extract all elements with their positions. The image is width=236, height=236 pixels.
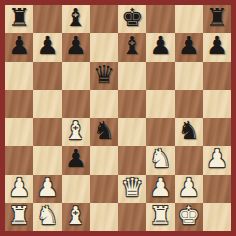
piece-black-bishop[interactable]: ♝ <box>64 5 86 32</box>
square-h5[interactable] <box>203 90 231 118</box>
piece-black-knight[interactable]: ♞ <box>93 118 115 145</box>
square-d4[interactable]: ♞ <box>90 118 118 146</box>
square-a6[interactable] <box>5 62 33 90</box>
piece-white-queen[interactable]: ♛ <box>121 175 143 202</box>
piece-black-pawn[interactable]: ♟ <box>149 33 171 60</box>
piece-white-pawn[interactable]: ♟ <box>8 175 30 202</box>
square-e8[interactable]: ♚ <box>118 5 146 33</box>
square-d7[interactable] <box>90 33 118 61</box>
square-h6[interactable] <box>203 62 231 90</box>
square-g2[interactable]: ♟ <box>175 175 203 203</box>
square-g7[interactable]: ♟ <box>175 33 203 61</box>
square-f3[interactable]: ♞ <box>146 146 174 174</box>
square-f2[interactable]: ♟ <box>146 175 174 203</box>
piece-black-bishop[interactable]: ♝ <box>121 33 143 60</box>
piece-black-pawn[interactable]: ♟ <box>206 33 228 60</box>
square-f4[interactable] <box>146 118 174 146</box>
square-c7[interactable]: ♟ <box>62 33 90 61</box>
square-f1[interactable]: ♜ <box>146 203 174 231</box>
square-b7[interactable]: ♟ <box>33 33 61 61</box>
square-e3[interactable] <box>118 146 146 174</box>
square-e7[interactable]: ♝ <box>118 33 146 61</box>
piece-black-pawn[interactable]: ♟ <box>36 33 58 60</box>
square-c2[interactable] <box>62 175 90 203</box>
piece-white-rook[interactable]: ♜ <box>149 203 171 230</box>
piece-white-bishop[interactable]: ♝ <box>64 203 86 230</box>
square-a3[interactable] <box>5 146 33 174</box>
square-h4[interactable] <box>203 118 231 146</box>
square-a8[interactable]: ♜ <box>5 5 33 33</box>
square-b2[interactable]: ♟ <box>33 175 61 203</box>
square-a2[interactable]: ♟ <box>5 175 33 203</box>
piece-black-queen[interactable]: ♛ <box>93 62 115 89</box>
square-b6[interactable] <box>33 62 61 90</box>
piece-white-pawn[interactable]: ♟ <box>177 175 199 202</box>
piece-black-pawn[interactable]: ♟ <box>64 33 86 60</box>
square-d8[interactable] <box>90 5 118 33</box>
square-d6[interactable]: ♛ <box>90 62 118 90</box>
square-a5[interactable] <box>5 90 33 118</box>
piece-white-pawn[interactable]: ♟ <box>149 175 171 202</box>
piece-white-bishop[interactable]: ♝ <box>64 118 86 145</box>
board-frame: ♜♝♚♜♟♟♟♝♟♟♟♛♝♞♞♟♞♟♟♟♛♟♟♜♞♝♜♚ <box>0 0 236 236</box>
square-b4[interactable] <box>33 118 61 146</box>
square-g8[interactable] <box>175 5 203 33</box>
square-a1[interactable]: ♜ <box>5 203 33 231</box>
piece-black-rook[interactable]: ♜ <box>8 5 30 32</box>
square-b1[interactable]: ♞ <box>33 203 61 231</box>
square-h2[interactable] <box>203 175 231 203</box>
square-d3[interactable] <box>90 146 118 174</box>
square-g3[interactable] <box>175 146 203 174</box>
square-c1[interactable]: ♝ <box>62 203 90 231</box>
square-c3[interactable]: ♟ <box>62 146 90 174</box>
square-h3[interactable]: ♟ <box>203 146 231 174</box>
chess-board: ♜♝♚♜♟♟♟♝♟♟♟♛♝♞♞♟♞♟♟♟♛♟♟♜♞♝♜♚ <box>5 5 231 231</box>
square-d5[interactable] <box>90 90 118 118</box>
square-e4[interactable] <box>118 118 146 146</box>
square-a7[interactable]: ♟ <box>5 33 33 61</box>
square-c6[interactable] <box>62 62 90 90</box>
square-g6[interactable] <box>175 62 203 90</box>
square-e1[interactable] <box>118 203 146 231</box>
piece-black-rook[interactable]: ♜ <box>206 5 228 32</box>
square-b5[interactable] <box>33 90 61 118</box>
square-e5[interactable] <box>118 90 146 118</box>
piece-black-pawn[interactable]: ♟ <box>8 33 30 60</box>
square-b3[interactable] <box>33 146 61 174</box>
square-d1[interactable] <box>90 203 118 231</box>
square-e6[interactable] <box>118 62 146 90</box>
square-b8[interactable] <box>33 5 61 33</box>
square-g4[interactable]: ♞ <box>175 118 203 146</box>
piece-black-pawn[interactable]: ♟ <box>177 33 199 60</box>
square-e2[interactable]: ♛ <box>118 175 146 203</box>
piece-white-knight[interactable]: ♞ <box>149 146 171 173</box>
square-h7[interactable]: ♟ <box>203 33 231 61</box>
piece-black-king[interactable]: ♚ <box>121 5 143 32</box>
square-f6[interactable] <box>146 62 174 90</box>
square-f8[interactable] <box>146 5 174 33</box>
square-g5[interactable] <box>175 90 203 118</box>
piece-black-knight[interactable]: ♞ <box>177 118 199 145</box>
square-c8[interactable]: ♝ <box>62 5 90 33</box>
square-d2[interactable] <box>90 175 118 203</box>
square-g1[interactable]: ♚ <box>175 203 203 231</box>
piece-white-pawn[interactable]: ♟ <box>36 175 58 202</box>
piece-white-king[interactable]: ♚ <box>177 203 199 230</box>
square-h1[interactable] <box>203 203 231 231</box>
square-f7[interactable]: ♟ <box>146 33 174 61</box>
square-c5[interactable] <box>62 90 90 118</box>
square-h8[interactable]: ♜ <box>203 5 231 33</box>
square-f5[interactable] <box>146 90 174 118</box>
piece-white-knight[interactable]: ♞ <box>36 203 58 230</box>
square-a4[interactable] <box>5 118 33 146</box>
square-c4[interactable]: ♝ <box>62 118 90 146</box>
piece-black-pawn[interactable]: ♟ <box>64 146 86 173</box>
piece-white-pawn[interactable]: ♟ <box>206 146 228 173</box>
piece-white-rook[interactable]: ♜ <box>8 203 30 230</box>
